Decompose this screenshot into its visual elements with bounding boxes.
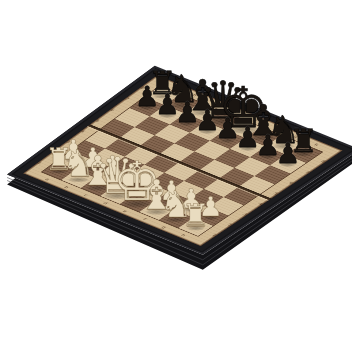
piece-black-pawn-h7[interactable]: ♟	[276, 140, 301, 168]
product-photo-scene: aa88bb77cc66dd55ee44ff33gg22hh11 ♜♞♟♝♟♛♟…	[0, 0, 352, 352]
pieces-layer: ♜♞♟♝♟♛♟♚♟♝♟♞♟♜♟♟♟♟♜♟♞♟♝♟♛♟♚♟♝♟♞♜	[0, 0, 352, 352]
piece-white-rook-h1[interactable]: ♜	[182, 200, 210, 231]
